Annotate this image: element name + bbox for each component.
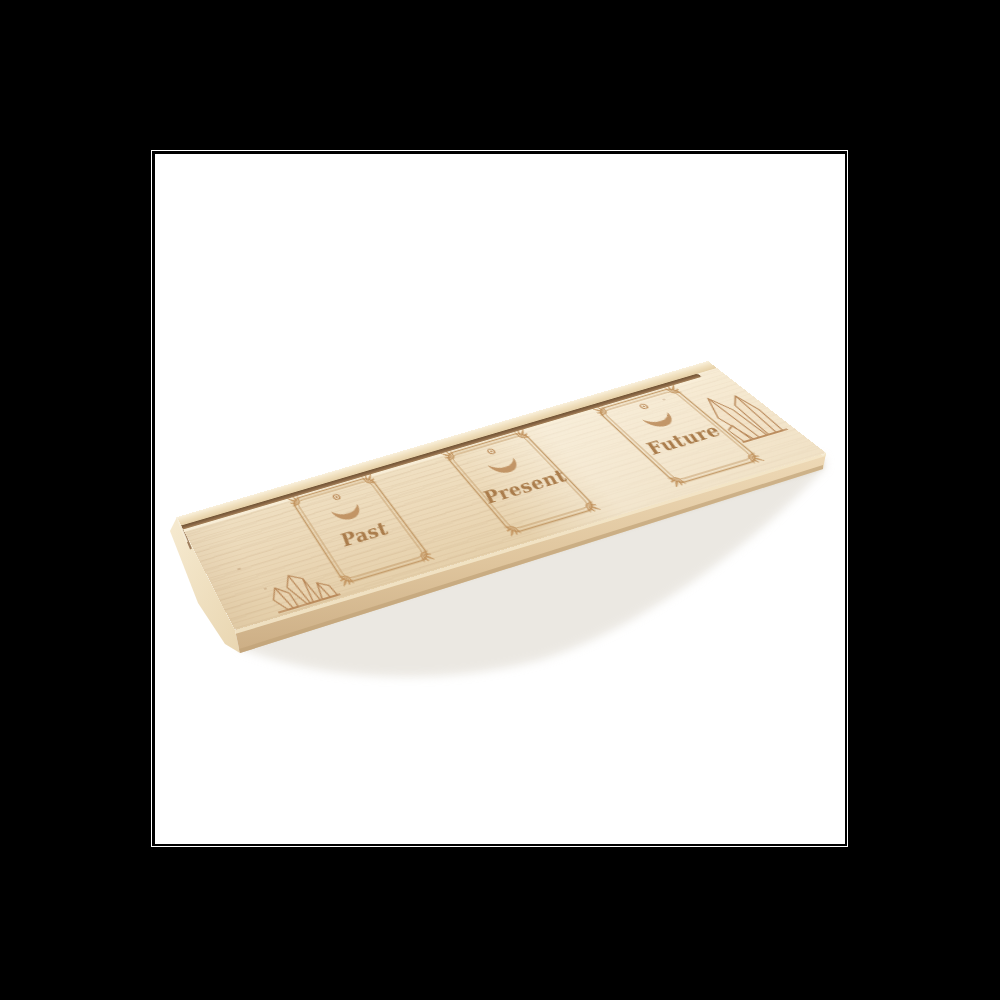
crescent-moon-star-icon [629,401,679,430]
corner-fan-icon [663,385,684,396]
slot-label: Past [334,518,393,550]
page-background: { "scene": { "background_color": "#00000… [0,0,1000,1000]
corner-fan-icon [359,474,380,486]
corner-fan-icon [748,450,765,468]
slot-label: Future [638,421,726,458]
wood-knot-speck [237,568,242,571]
slot-label: Present [476,466,573,507]
crescent-moon-star-icon [322,491,365,523]
card-slot-present[interactable]: Present [441,429,601,536]
corner-fan-icon [584,498,601,517]
crescent-moon-star-icon [477,446,523,476]
